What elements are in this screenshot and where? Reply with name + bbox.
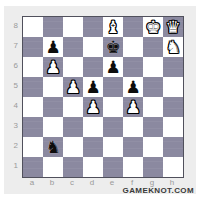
piece-white-pawn[interactable]: ♟ <box>65 77 80 97</box>
square-c5[interactable]: ♟ <box>63 77 83 97</box>
square-c1[interactable] <box>63 157 83 177</box>
square-g8[interactable]: ♚ <box>143 17 163 37</box>
square-b6[interactable]: ♟ <box>43 57 63 77</box>
square-h8[interactable]: ♛ <box>163 17 183 37</box>
piece-white-pawn[interactable]: ♟ <box>85 97 100 117</box>
rank-label-6: 6 <box>6 56 18 76</box>
square-h3[interactable] <box>163 117 183 137</box>
square-e8[interactable]: ♝ <box>103 17 123 37</box>
square-e1[interactable] <box>103 157 123 177</box>
square-a5[interactable] <box>23 77 43 97</box>
piece-black-pawn[interactable]: ♟ <box>125 77 140 97</box>
square-e6[interactable]: ♟ <box>103 57 123 77</box>
square-b2[interactable]: ♞ <box>43 137 63 157</box>
square-f7[interactable] <box>123 37 143 57</box>
square-c2[interactable] <box>63 137 83 157</box>
square-g3[interactable] <box>143 117 163 137</box>
watermark-text: GAMEKNOT.COM <box>123 186 194 195</box>
square-c4[interactable] <box>63 97 83 117</box>
square-a4[interactable] <box>23 97 43 117</box>
square-b7[interactable]: ♟ <box>43 37 63 57</box>
rank-label-4: 4 <box>6 96 18 116</box>
square-f5[interactable]: ♟ <box>123 77 143 97</box>
square-f2[interactable] <box>123 137 143 157</box>
file-label-b: b <box>42 178 62 188</box>
square-g4[interactable] <box>143 97 163 117</box>
square-c7[interactable] <box>63 37 83 57</box>
rank-label-3: 3 <box>6 116 18 136</box>
rank-label-7: 7 <box>6 36 18 56</box>
piece-black-knight[interactable]: ♞ <box>45 137 60 157</box>
square-h4[interactable] <box>163 97 183 117</box>
square-a7[interactable] <box>23 37 43 57</box>
square-c8[interactable] <box>63 17 83 37</box>
square-c3[interactable] <box>63 117 83 137</box>
square-e4[interactable] <box>103 97 123 117</box>
square-b8[interactable] <box>43 17 63 37</box>
rank-label-1: 1 <box>6 156 18 176</box>
rank-label-2: 2 <box>6 136 18 156</box>
square-d7[interactable] <box>83 37 103 57</box>
file-label-a: a <box>22 178 42 188</box>
square-f8[interactable] <box>123 17 143 37</box>
square-a1[interactable] <box>23 157 43 177</box>
square-g6[interactable] <box>143 57 163 77</box>
square-d6[interactable] <box>83 57 103 77</box>
square-a6[interactable] <box>23 57 43 77</box>
square-f3[interactable] <box>123 117 143 137</box>
square-f1[interactable] <box>123 157 143 177</box>
square-h6[interactable] <box>163 57 183 77</box>
square-d8[interactable] <box>83 17 103 37</box>
square-h5[interactable] <box>163 77 183 97</box>
square-c6[interactable] <box>63 57 83 77</box>
square-g2[interactable] <box>143 137 163 157</box>
square-d3[interactable] <box>83 117 103 137</box>
square-a3[interactable] <box>23 117 43 137</box>
square-a2[interactable] <box>23 137 43 157</box>
piece-black-pawn[interactable]: ♟ <box>45 37 60 57</box>
rank-labels: 87654321 <box>6 16 18 176</box>
square-e2[interactable] <box>103 137 123 157</box>
rank-label-5: 5 <box>6 76 18 96</box>
chess-board[interactable]: ♝♚♛♟♚♞♟♟♟♟♟♟♟♞ <box>22 16 184 178</box>
square-e5[interactable] <box>103 77 123 97</box>
square-e7[interactable]: ♚ <box>103 37 123 57</box>
square-b5[interactable] <box>43 77 63 97</box>
square-d1[interactable] <box>83 157 103 177</box>
piece-black-pawn[interactable]: ♟ <box>105 57 120 77</box>
piece-white-knight[interactable]: ♞ <box>165 37 180 57</box>
piece-white-bishop[interactable]: ♝ <box>105 17 120 37</box>
file-label-e: e <box>102 178 122 188</box>
square-a8[interactable] <box>23 17 43 37</box>
piece-white-pawn[interactable]: ♟ <box>125 97 140 117</box>
square-h7[interactable]: ♞ <box>163 37 183 57</box>
piece-black-pawn[interactable]: ♟ <box>85 77 100 97</box>
piece-white-king[interactable]: ♚ <box>145 17 160 37</box>
square-b1[interactable] <box>43 157 63 177</box>
file-label-d: d <box>82 178 102 188</box>
square-g1[interactable] <box>143 157 163 177</box>
file-label-c: c <box>62 178 82 188</box>
square-g5[interactable] <box>143 77 163 97</box>
square-g7[interactable] <box>143 37 163 57</box>
square-e3[interactable] <box>103 117 123 137</box>
square-f4[interactable]: ♟ <box>123 97 143 117</box>
piece-white-pawn[interactable]: ♟ <box>45 57 60 77</box>
square-d5[interactable]: ♟ <box>83 77 103 97</box>
square-f6[interactable] <box>123 57 143 77</box>
rank-label-8: 8 <box>6 16 18 36</box>
square-b4[interactable] <box>43 97 63 117</box>
square-d2[interactable] <box>83 137 103 157</box>
square-h1[interactable] <box>163 157 183 177</box>
piece-white-queen[interactable]: ♛ <box>165 17 180 37</box>
square-h2[interactable] <box>163 137 183 157</box>
piece-black-king[interactable]: ♚ <box>105 37 120 57</box>
square-b3[interactable] <box>43 117 63 137</box>
square-d4[interactable]: ♟ <box>83 97 103 117</box>
